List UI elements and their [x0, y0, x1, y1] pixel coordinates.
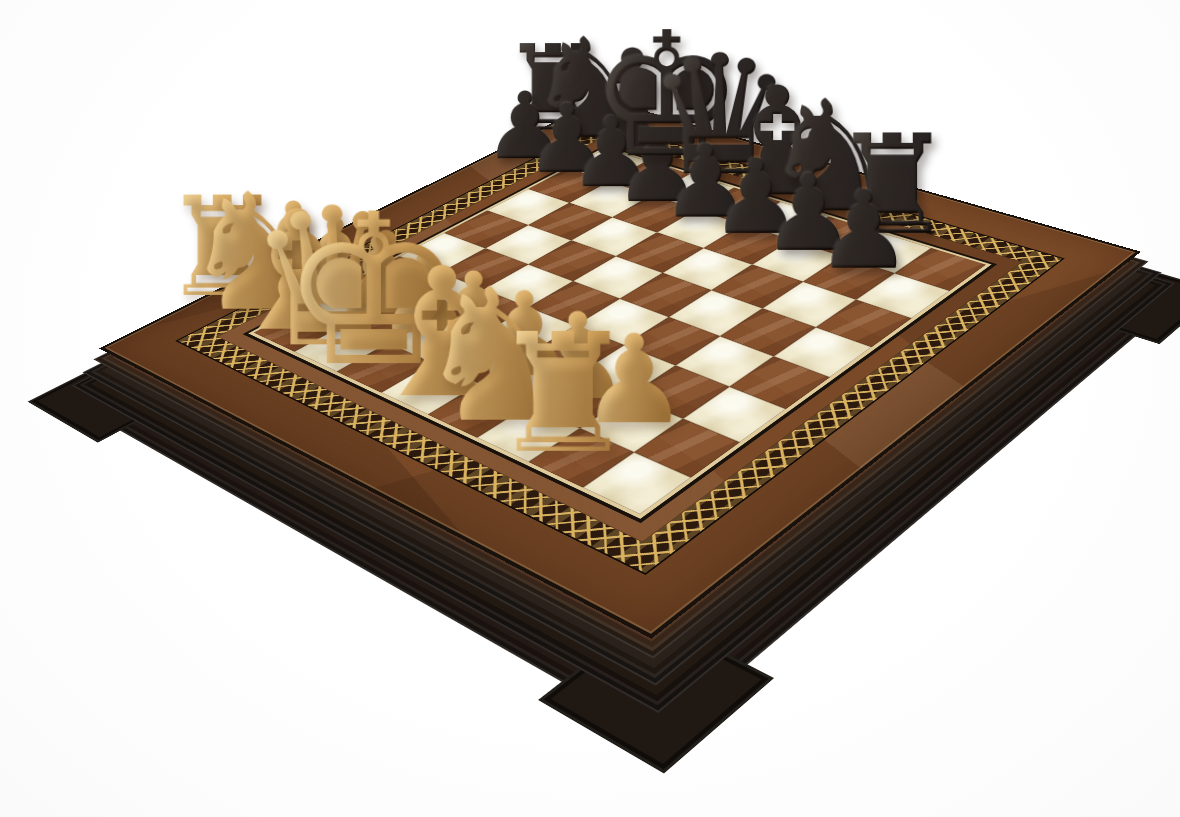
photo-background: ♜♞♝♚♛♝♞♜♟♟♟♟♟♟♟♟♟♟♟♟♟♟♟♟♜♞♝♛♚♝♞♜ — [0, 0, 1180, 817]
chess-board: ♜♞♝♚♛♝♞♜♟♟♟♟♟♟♟♟♟♟♟♟♟♟♟♟♜♞♝♛♚♝♞♜ — [99, 99, 1141, 639]
piece-glyph: ♜ — [489, 310, 637, 475]
piece-glyph: ♟ — [815, 176, 912, 284]
